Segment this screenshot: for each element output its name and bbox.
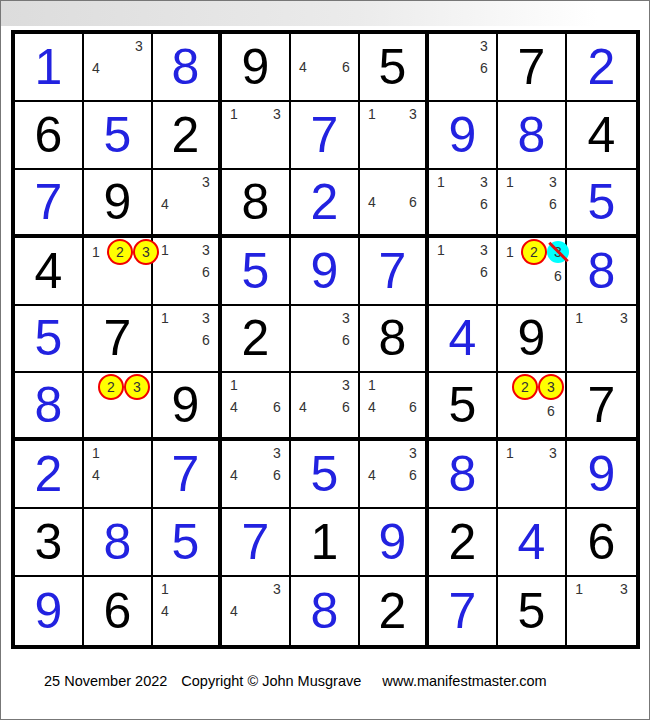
cell-r6c7[interactable]: 5 (429, 373, 498, 441)
cell-r8c1[interactable]: 3 (15, 509, 84, 577)
given-digit: 5 (379, 42, 407, 92)
solved-digit: 8 (588, 246, 616, 296)
candidate-3: 3 (402, 442, 424, 464)
candidate-4: 4 (85, 464, 107, 486)
cell-r3c5[interactable]: 2 (291, 170, 360, 238)
candidate-3: 3 (195, 307, 217, 329)
candidates: 13 (361, 103, 424, 167)
given-digit: 2 (172, 110, 200, 160)
cell-r4c7[interactable]: 136 (429, 238, 498, 306)
candidate-6: 6 (473, 57, 495, 79)
cell-r8c5[interactable]: 1 (291, 509, 360, 577)
candidate-1: 1 (223, 103, 245, 125)
candidates: 346 (292, 374, 357, 436)
candidate-1: 1 (223, 374, 245, 396)
candidates: 123 (85, 239, 150, 303)
cell-r2c7[interactable]: 9 (429, 102, 498, 170)
solved-digit: 8 (518, 110, 546, 160)
candidate-3: 3 (128, 35, 150, 57)
cell-r3c4[interactable]: 8 (222, 170, 291, 238)
candidates: 13 (568, 578, 635, 644)
cell-r8c8[interactable]: 4 (498, 509, 567, 577)
candidate-6: 6 (195, 261, 217, 283)
cell-r8c6[interactable]: 9 (360, 509, 429, 577)
cell-r5c5[interactable]: 36 (291, 306, 360, 374)
given-digit: 2 (449, 517, 477, 567)
cell-r3c6[interactable]: 46 (360, 170, 429, 238)
candidate-1: 1 (499, 241, 521, 263)
candidates: 136 (154, 307, 217, 371)
candidate-6: 6 (335, 396, 357, 418)
candidates: 13 (568, 307, 635, 371)
cell-r2c4[interactable]: 13 (222, 102, 291, 170)
given-digit: 7 (588, 380, 616, 430)
cell-r3c9[interactable]: 5 (567, 170, 636, 238)
candidate-3: 3 (613, 578, 635, 600)
solved-digit: 7 (35, 177, 63, 227)
given-digit: 4 (35, 246, 63, 296)
candidates: 36 (292, 307, 357, 371)
cell-r9c7[interactable]: 7 (429, 577, 498, 645)
cell-r4c2[interactable]: 123 (84, 238, 153, 306)
candidate-2-highlighted: 2 (512, 374, 538, 400)
solved-digit: 8 (35, 380, 63, 430)
candidates: 36 (430, 35, 495, 99)
cell-r5c6[interactable]: 8 (360, 306, 429, 374)
candidate-3: 3 (473, 171, 495, 193)
candidate-1: 1 (499, 442, 521, 464)
solved-digit: 9 (311, 246, 339, 296)
cell-r8c3[interactable]: 5 (153, 509, 222, 577)
candidates: 146 (361, 374, 424, 436)
cell-r3c8[interactable]: 136 (498, 170, 567, 238)
cell-r2c9[interactable]: 4 (567, 102, 636, 170)
cell-r6c8[interactable]: 236 (498, 373, 567, 441)
solved-digit: 8 (172, 42, 200, 92)
candidate-4: 4 (361, 464, 383, 486)
cell-r7c8[interactable]: 13 (498, 441, 567, 509)
solved-digit: 5 (172, 517, 200, 567)
candidate-6: 6 (402, 396, 424, 418)
candidates: 236 (499, 374, 564, 436)
cell-r2c5[interactable]: 7 (291, 102, 360, 170)
cell-r2c6[interactable]: 13 (360, 102, 429, 170)
candidates: 14 (154, 578, 217, 644)
cell-r1c1[interactable]: 1 (15, 34, 84, 102)
cell-r4c5[interactable]: 9 (291, 238, 360, 306)
candidate-1: 1 (499, 171, 521, 193)
candidate-4: 4 (361, 191, 383, 213)
cell-r7c1[interactable]: 2 (15, 441, 84, 509)
footer-copyright: Copyright © John Musgrave (181, 673, 361, 689)
solved-digit: 5 (104, 110, 132, 160)
solved-digit: 8 (449, 449, 477, 499)
given-digit: 5 (449, 380, 477, 430)
solved-digit: 7 (172, 449, 200, 499)
cell-r4c8[interactable]: 1236 (498, 238, 567, 306)
cell-r5c9[interactable]: 13 (567, 306, 636, 374)
cell-r6c2[interactable]: 23 (84, 373, 153, 441)
cell-r3c7[interactable]: 136 (429, 170, 498, 238)
candidate-3: 3 (195, 171, 217, 193)
candidate-1: 1 (568, 578, 590, 600)
candidate-6: 6 (266, 464, 288, 486)
candidates: 136 (499, 171, 564, 233)
candidate-4: 4 (154, 600, 176, 622)
cell-r1c9[interactable]: 2 (567, 34, 636, 102)
candidate-3: 3 (542, 442, 564, 464)
cell-r1c6[interactable]: 5 (360, 34, 429, 102)
solved-digit: 9 (379, 517, 407, 567)
cell-r1c4[interactable]: 9 (222, 34, 291, 102)
candidate-6: 6 (335, 56, 357, 78)
cell-r6c3[interactable]: 9 (153, 373, 222, 441)
cell-r7c6[interactable]: 346 (360, 441, 429, 509)
candidate-3: 3 (473, 239, 495, 261)
cell-r1c5[interactable]: 46 (291, 34, 360, 102)
candidates: 346 (361, 442, 424, 506)
candidate-3-highlighted: 3 (124, 374, 150, 400)
cell-r6c9[interactable]: 7 (567, 373, 636, 441)
candidates: 13 (223, 103, 288, 167)
candidate-1: 1 (85, 442, 107, 464)
candidate-2-highlighted: 2 (107, 239, 133, 265)
given-digit: 6 (588, 517, 616, 567)
given-digit: 9 (104, 177, 132, 227)
candidate-1: 1 (154, 578, 176, 600)
candidates: 46 (292, 35, 357, 99)
cell-r7c9[interactable]: 9 (567, 441, 636, 509)
solved-digit: 2 (311, 177, 339, 227)
given-digit: 2 (242, 313, 270, 363)
candidate-3: 3 (195, 239, 217, 261)
given-digit: 2 (379, 586, 407, 636)
candidates: 13 (499, 442, 564, 506)
candidate-2-highlighted: 2 (521, 239, 547, 265)
candidates: 346 (223, 442, 288, 506)
cell-r4c1[interactable]: 4 (15, 238, 84, 306)
cell-r4c4[interactable]: 5 (222, 238, 291, 306)
cell-r6c6[interactable]: 146 (360, 373, 429, 441)
candidates: 1236 (499, 239, 564, 303)
candidate-3: 3 (402, 103, 424, 125)
candidate-3: 3 (266, 578, 288, 600)
cell-r1c2[interactable]: 34 (84, 34, 153, 102)
candidate-6: 6 (542, 193, 564, 215)
given-digit: 6 (104, 586, 132, 636)
solved-digit: 5 (242, 246, 270, 296)
given-digit: 3 (35, 517, 63, 567)
page: 1348946536726521371398479348246136136541… (0, 0, 650, 720)
candidate-6: 6 (402, 191, 424, 213)
cell-r1c8[interactable]: 7 (498, 34, 567, 102)
given-digit: 7 (518, 42, 546, 92)
candidate-3: 3 (613, 307, 635, 329)
candidate-2-highlighted: 2 (98, 374, 124, 400)
cell-r9c5[interactable]: 8 (291, 577, 360, 645)
solved-digit: 4 (449, 313, 477, 363)
candidate-4: 4 (292, 396, 314, 418)
given-digit: 9 (242, 42, 270, 92)
candidate-3-highlighted: 3 (538, 374, 564, 400)
cell-r4c6[interactable]: 7 (360, 238, 429, 306)
candidate-6: 6 (547, 265, 569, 287)
footer: 25 November 2022 Copyright © John Musgra… (44, 673, 547, 689)
cell-r8c4[interactable]: 7 (222, 509, 291, 577)
cell-r1c7[interactable]: 36 (429, 34, 498, 102)
solved-digit: 2 (588, 42, 616, 92)
candidate-3: 3 (473, 35, 495, 57)
solved-digit: 9 (588, 449, 616, 499)
cell-r2c3[interactable]: 2 (153, 102, 222, 170)
cell-r5c4[interactable]: 2 (222, 306, 291, 374)
candidates: 136 (430, 239, 495, 303)
cell-r9c4[interactable]: 34 (222, 577, 291, 645)
cell-r2c8[interactable]: 8 (498, 102, 567, 170)
given-digit: 9 (518, 313, 546, 363)
candidate-1: 1 (430, 239, 452, 261)
cell-r5c3[interactable]: 136 (153, 306, 222, 374)
candidate-6: 6 (540, 400, 562, 422)
solved-digit: 2 (35, 449, 63, 499)
cell-r9c6[interactable]: 2 (360, 577, 429, 645)
cell-r9c9[interactable]: 13 (567, 577, 636, 645)
solved-digit: 9 (449, 110, 477, 160)
cell-r6c5[interactable]: 346 (291, 373, 360, 441)
candidate-3-eliminated: 3 (547, 241, 569, 263)
cell-r8c9[interactable]: 6 (567, 509, 636, 577)
cell-r7c5[interactable]: 5 (291, 441, 360, 509)
solved-digit: 7 (449, 586, 477, 636)
candidate-1: 1 (85, 241, 107, 263)
given-digit: 9 (172, 380, 200, 430)
candidate-4: 4 (154, 193, 176, 215)
cell-r2c1[interactable]: 6 (15, 102, 84, 170)
candidate-1: 1 (361, 374, 383, 396)
candidate-4: 4 (292, 56, 314, 78)
given-digit: 6 (35, 110, 63, 160)
solved-digit: 9 (35, 586, 63, 636)
candidate-4: 4 (85, 57, 107, 79)
candidate-4: 4 (361, 396, 383, 418)
candidates: 34 (154, 171, 217, 233)
cell-r7c7[interactable]: 8 (429, 441, 498, 509)
candidates: 34 (85, 35, 150, 99)
candidate-6: 6 (473, 261, 495, 283)
cell-r3c1[interactable]: 7 (15, 170, 84, 238)
solved-digit: 5 (35, 313, 63, 363)
cell-r7c3[interactable]: 7 (153, 441, 222, 509)
sudoku-board: 1348946536726521371398479348246136136541… (11, 30, 640, 649)
cell-r9c1[interactable]: 9 (15, 577, 84, 645)
cell-r6c4[interactable]: 146 (222, 373, 291, 441)
cell-r4c3[interactable]: 136 (153, 238, 222, 306)
candidate-6: 6 (266, 396, 288, 418)
given-digit: 8 (379, 313, 407, 363)
footer-date: 25 November 2022 (44, 673, 167, 689)
candidate-3: 3 (266, 442, 288, 464)
candidate-1: 1 (568, 307, 590, 329)
top-gradient-bar (1, 1, 649, 26)
candidate-6: 6 (195, 329, 217, 351)
solved-digit: 1 (35, 42, 63, 92)
candidate-1: 1 (361, 103, 383, 125)
candidates: 34 (223, 578, 288, 644)
cell-r4c9[interactable]: 8 (567, 238, 636, 306)
candidate-3: 3 (542, 171, 564, 193)
cell-r6c1[interactable]: 8 (15, 373, 84, 441)
cell-r9c8[interactable]: 5 (498, 577, 567, 645)
solved-digit: 5 (588, 177, 616, 227)
cell-r5c1[interactable]: 5 (15, 306, 84, 374)
candidate-3-highlighted: 3 (133, 239, 159, 265)
candidates: 146 (223, 374, 288, 436)
cell-r5c7[interactable]: 4 (429, 306, 498, 374)
given-digit: 5 (518, 586, 546, 636)
cell-r5c8[interactable]: 9 (498, 306, 567, 374)
footer-website: www.manifestmaster.com (382, 673, 546, 689)
candidates: 46 (361, 171, 424, 233)
given-digit: 1 (311, 517, 339, 567)
cell-r7c4[interactable]: 346 (222, 441, 291, 509)
candidates: 136 (154, 239, 217, 303)
cell-r9c3[interactable]: 14 (153, 577, 222, 645)
candidates: 136 (430, 171, 495, 233)
candidate-6: 6 (402, 464, 424, 486)
candidate-3: 3 (266, 103, 288, 125)
cell-r8c7[interactable]: 2 (429, 509, 498, 577)
candidate-3: 3 (335, 374, 357, 396)
given-digit: 8 (242, 177, 270, 227)
solved-digit: 8 (104, 517, 132, 567)
given-digit: 7 (104, 313, 132, 363)
candidate-4: 4 (223, 600, 245, 622)
given-digit: 4 (588, 110, 616, 160)
candidate-4: 4 (223, 396, 245, 418)
cell-r3c2[interactable]: 9 (84, 170, 153, 238)
solved-digit: 5 (311, 449, 339, 499)
cell-r2c2[interactable]: 5 (84, 102, 153, 170)
solved-digit: 7 (311, 110, 339, 160)
candidates: 23 (85, 374, 150, 436)
candidate-1: 1 (154, 307, 176, 329)
solved-digit: 8 (311, 586, 339, 636)
candidate-3: 3 (335, 307, 357, 329)
cell-r7c2[interactable]: 14 (84, 441, 153, 509)
candidates: 14 (85, 442, 150, 506)
solved-digit: 4 (518, 517, 546, 567)
candidate-1: 1 (430, 171, 452, 193)
solved-digit: 7 (379, 246, 407, 296)
cell-r3c3[interactable]: 34 (153, 170, 222, 238)
candidate-6: 6 (335, 329, 357, 351)
cell-r1c3[interactable]: 8 (153, 34, 222, 102)
cell-r5c2[interactable]: 7 (84, 306, 153, 374)
candidate-4: 4 (223, 464, 245, 486)
solved-digit: 7 (242, 517, 270, 567)
candidate-6: 6 (473, 193, 495, 215)
cell-r8c2[interactable]: 8 (84, 509, 153, 577)
cell-r9c2[interactable]: 6 (84, 577, 153, 645)
